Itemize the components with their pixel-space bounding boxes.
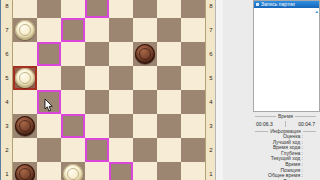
square-g4[interactable]	[157, 90, 181, 114]
square-a6[interactable]	[13, 42, 37, 66]
rank-label-left-2: 2	[1, 147, 13, 154]
square-d8[interactable]	[85, 0, 109, 18]
square-d7[interactable]	[85, 18, 109, 42]
square-h7[interactable]	[181, 18, 205, 42]
square-d2[interactable]	[85, 138, 109, 162]
square-g8[interactable]	[157, 0, 181, 18]
board-grid[interactable]	[13, 0, 205, 180]
square-h3[interactable]	[181, 114, 205, 138]
square-c2[interactable]	[61, 138, 85, 162]
black-clock: 00:04.7	[298, 121, 315, 127]
square-b7[interactable]	[37, 18, 61, 42]
square-e1[interactable]	[109, 162, 133, 180]
rank-label-left-5: 5	[1, 75, 13, 82]
move-list-title: Запись партии	[261, 1, 295, 8]
square-g5[interactable]	[157, 66, 181, 90]
white-king-a5[interactable]	[15, 68, 35, 88]
square-f6[interactable]	[133, 42, 157, 66]
square-a8[interactable]	[13, 0, 37, 18]
square-c7[interactable]	[61, 18, 85, 42]
square-e8[interactable]	[109, 0, 133, 18]
square-h2[interactable]	[181, 138, 205, 162]
square-f2[interactable]	[133, 138, 157, 162]
rank-label-left-1: 1	[1, 171, 13, 178]
square-c5[interactable]	[61, 66, 85, 90]
side-panel: Запись партии ▴ Время 00:06.3 00:04.7 Ин…	[223, 0, 320, 180]
square-b5[interactable]	[37, 66, 61, 90]
clock-header-label: Время	[278, 113, 293, 119]
square-c6[interactable]	[61, 42, 85, 66]
square-f3[interactable]	[133, 114, 157, 138]
square-h5[interactable]	[181, 66, 205, 90]
square-g7[interactable]	[157, 18, 181, 42]
square-a2[interactable]	[13, 138, 37, 162]
scroll-up-icon[interactable]: ▴	[315, 9, 318, 14]
rank-label-left-8: 8	[1, 3, 13, 10]
square-f8[interactable]	[133, 0, 157, 18]
square-h4[interactable]	[181, 90, 205, 114]
rank-label-left-4: 4	[1, 99, 13, 106]
rank-labels-right: 87654321	[205, 0, 215, 180]
square-b1[interactable]	[37, 162, 61, 180]
square-h8[interactable]	[181, 0, 205, 18]
move-list-titlebar[interactable]: Запись партии	[254, 1, 319, 8]
square-g2[interactable]	[157, 138, 181, 162]
square-a1[interactable]	[13, 162, 37, 180]
square-e3[interactable]	[109, 114, 133, 138]
square-a4[interactable]	[13, 90, 37, 114]
square-d3[interactable]	[85, 114, 109, 138]
square-f7[interactable]	[133, 18, 157, 42]
square-a5[interactable]	[13, 66, 37, 90]
square-a3[interactable]	[13, 114, 37, 138]
square-d4[interactable]	[85, 90, 109, 114]
black-man-a3[interactable]	[15, 116, 35, 136]
square-e5[interactable]	[109, 66, 133, 90]
rank-label-left-3: 3	[1, 123, 13, 130]
square-c3[interactable]	[61, 114, 85, 138]
white-clock: 00:06.3	[256, 121, 273, 127]
clock-divider	[285, 121, 286, 127]
window-icon	[256, 3, 259, 6]
square-c4[interactable]	[61, 90, 85, 114]
square-b3[interactable]	[37, 114, 61, 138]
square-f1[interactable]	[133, 162, 157, 180]
square-b8[interactable]	[37, 0, 61, 18]
square-g1[interactable]	[157, 162, 181, 180]
square-c1[interactable]	[61, 162, 85, 180]
info-rows: Оценка :Лучший ход :Время хода :Глубина …	[223, 134, 303, 180]
clock-values: 00:06.3 00:04.7	[253, 121, 318, 127]
square-e6[interactable]	[109, 42, 133, 66]
square-g6[interactable]	[157, 42, 181, 66]
info-row: Теория :	[223, 179, 303, 180]
square-b2[interactable]	[37, 138, 61, 162]
square-d1[interactable]	[85, 162, 109, 180]
rank-label-left-7: 7	[1, 27, 13, 34]
square-e7[interactable]	[109, 18, 133, 42]
square-c8[interactable]	[61, 0, 85, 18]
square-d5[interactable]	[85, 66, 109, 90]
rank-labels-left: 87654321	[1, 0, 13, 180]
square-h1[interactable]	[181, 162, 205, 180]
mouse-cursor-icon	[44, 99, 53, 112]
square-f5[interactable]	[133, 66, 157, 90]
clock-section-header: Время	[253, 113, 318, 119]
square-e4[interactable]	[109, 90, 133, 114]
black-man-f6[interactable]	[135, 44, 155, 64]
black-man-a1[interactable]	[15, 164, 35, 180]
square-b6[interactable]	[37, 42, 61, 66]
square-h6[interactable]	[181, 42, 205, 66]
square-g3[interactable]	[157, 114, 181, 138]
rank-label-left-6: 6	[1, 51, 13, 58]
square-d6[interactable]	[85, 42, 109, 66]
square-f4[interactable]	[133, 90, 157, 114]
move-list-window[interactable]: Запись партии ▴	[253, 0, 320, 112]
square-e2[interactable]	[109, 138, 133, 162]
white-man-a7[interactable]	[15, 20, 35, 40]
board: 87654321 87654321	[1, 0, 215, 180]
square-a7[interactable]	[13, 18, 37, 42]
white-man-c1[interactable]	[63, 164, 83, 180]
app-window: 87654321 87654321 Запись партии ▴ Время …	[0, 0, 320, 180]
